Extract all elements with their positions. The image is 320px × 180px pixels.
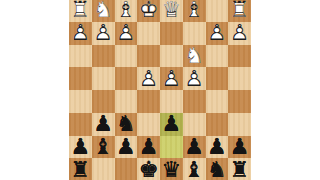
square-e8[interactable]: ♚: [137, 158, 160, 180]
square-d4[interactable]: ♟♙: [160, 67, 183, 90]
white-knight: ♞♘: [183, 45, 206, 68]
square-h3[interactable]: [69, 45, 92, 68]
square-a5[interactable]: [228, 90, 251, 113]
black-bishop: ♝: [92, 136, 115, 159]
square-g5[interactable]: [92, 90, 115, 113]
square-c6[interactable]: [183, 113, 206, 136]
square-f2[interactable]: ♟♙: [115, 22, 138, 45]
white-piece-outline-layer: ♕: [160, 0, 183, 22]
black-piece-layer: ♟: [183, 136, 206, 159]
square-g4[interactable]: [92, 67, 115, 90]
square-a2[interactable]: ♟♙: [228, 22, 251, 45]
white-piece-outline-layer: ♗: [183, 0, 206, 22]
square-a4[interactable]: [228, 67, 251, 90]
black-piece-layer: ♚: [137, 158, 160, 180]
square-e5[interactable]: [137, 90, 160, 113]
black-piece-layer: ♟: [137, 136, 160, 159]
square-h7[interactable]: ♟: [69, 136, 92, 159]
square-a3[interactable]: [228, 45, 251, 68]
white-piece-outline-layer: ♙: [92, 22, 115, 45]
square-c2[interactable]: [183, 22, 206, 45]
white-piece-outline-layer: ♖: [69, 0, 92, 22]
square-b1[interactable]: [206, 0, 229, 22]
black-king: ♚: [137, 158, 160, 180]
square-b6[interactable]: [206, 113, 229, 136]
square-f4[interactable]: [115, 67, 138, 90]
white-bishop: ♝♗: [115, 0, 138, 22]
square-h4[interactable]: [69, 67, 92, 90]
black-rook: ♜: [69, 158, 92, 180]
square-h5[interactable]: [69, 90, 92, 113]
white-piece-outline-layer: ♙: [206, 22, 229, 45]
black-knight: ♞: [206, 158, 229, 180]
square-a8[interactable]: ♜: [228, 158, 251, 180]
square-c7[interactable]: ♟: [183, 136, 206, 159]
square-h8[interactable]: ♜: [69, 158, 92, 180]
black-piece-layer: ♟: [69, 136, 92, 159]
white-piece-fill-layer: ♟: [137, 67, 160, 90]
square-f1[interactable]: ♝♗: [115, 0, 138, 22]
black-bishop: ♝: [183, 158, 206, 180]
white-piece-fill-layer: ♟: [160, 67, 183, 90]
black-piece-layer: ♟: [92, 113, 115, 136]
white-pawn: ♟♙: [206, 22, 229, 45]
square-c4[interactable]: ♟♙: [183, 67, 206, 90]
black-pawn: ♟: [115, 136, 138, 159]
square-a7[interactable]: ♟: [228, 136, 251, 159]
square-e7[interactable]: ♟: [137, 136, 160, 159]
square-d1[interactable]: ♛♕: [160, 0, 183, 22]
square-c8[interactable]: ♝: [183, 158, 206, 180]
white-piece-outline-layer: ♔: [137, 0, 160, 22]
black-piece-layer: ♟: [228, 136, 251, 159]
square-d7[interactable]: [160, 136, 183, 159]
black-pawn: ♟: [206, 136, 229, 159]
white-piece-fill-layer: ♟: [69, 22, 92, 45]
white-pawn: ♟♙: [228, 22, 251, 45]
square-b4[interactable]: [206, 67, 229, 90]
black-knight: ♞: [115, 113, 138, 136]
white-piece-fill-layer: ♟: [228, 22, 251, 45]
black-rook: ♜: [228, 158, 251, 180]
square-d3[interactable]: [160, 45, 183, 68]
white-piece-fill-layer: ♜: [69, 0, 92, 22]
square-h1[interactable]: ♜♖: [69, 0, 92, 22]
square-e4[interactable]: ♟♙: [137, 67, 160, 90]
white-piece-outline-layer: ♙: [137, 67, 160, 90]
square-e2[interactable]: [137, 22, 160, 45]
white-piece-outline-layer: ♖: [228, 0, 251, 22]
white-piece-fill-layer: ♞: [92, 0, 115, 22]
square-d8[interactable]: ♛: [160, 158, 183, 180]
white-piece-outline-layer: ♙: [69, 22, 92, 45]
white-piece-fill-layer: ♟: [92, 22, 115, 45]
white-piece-outline-layer: ♙: [228, 22, 251, 45]
chess-board: ♜♖♞♘♝♗♚♔♛♕♝♗♜♖♟♙♟♙♟♙♟♙♟♙♞♘♟♙♟♙♟♙♟♞♟♟♝♟♟♟…: [69, 0, 251, 180]
black-piece-layer: ♝: [92, 136, 115, 159]
black-piece-layer: ♛: [160, 158, 183, 180]
white-piece-fill-layer: ♝: [115, 0, 138, 22]
black-piece-layer: ♞: [115, 113, 138, 136]
square-d5[interactable]: [160, 90, 183, 113]
white-rook: ♜♖: [228, 0, 251, 22]
white-piece-fill-layer: ♞: [183, 45, 206, 68]
square-f8[interactable]: [115, 158, 138, 180]
white-pawn: ♟♙: [92, 22, 115, 45]
square-b3[interactable]: [206, 45, 229, 68]
square-h2[interactable]: ♟♙: [69, 22, 92, 45]
white-piece-fill-layer: ♟: [183, 67, 206, 90]
black-pawn: ♟: [92, 113, 115, 136]
square-e3[interactable]: [137, 45, 160, 68]
black-piece-layer: ♟: [160, 113, 183, 136]
square-g2[interactable]: ♟♙: [92, 22, 115, 45]
square-a1[interactable]: ♜♖: [228, 0, 251, 22]
white-queen: ♛♕: [160, 0, 183, 22]
white-piece-fill-layer: ♛: [160, 0, 183, 22]
square-f5[interactable]: [115, 90, 138, 113]
black-piece-layer: ♜: [69, 158, 92, 180]
white-knight: ♞♘: [92, 0, 115, 22]
square-g8[interactable]: [92, 158, 115, 180]
white-pawn: ♟♙: [69, 22, 92, 45]
square-d6[interactable]: ♟: [160, 113, 183, 136]
square-g7[interactable]: ♝: [92, 136, 115, 159]
white-piece-fill-layer: ♝: [183, 0, 206, 22]
white-pawn: ♟♙: [137, 67, 160, 90]
white-pawn: ♟♙: [160, 67, 183, 90]
square-f3[interactable]: [115, 45, 138, 68]
white-piece-outline-layer: ♙: [183, 67, 206, 90]
white-bishop: ♝♗: [183, 0, 206, 22]
square-b2[interactable]: ♟♙: [206, 22, 229, 45]
black-piece-layer: ♟: [206, 136, 229, 159]
white-king: ♚♔: [137, 0, 160, 22]
square-g6[interactable]: ♟: [92, 113, 115, 136]
black-pawn: ♟: [228, 136, 251, 159]
black-piece-layer: ♞: [206, 158, 229, 180]
black-queen: ♛: [160, 158, 183, 180]
black-piece-layer: ♟: [115, 136, 138, 159]
black-pawn: ♟: [69, 136, 92, 159]
white-piece-fill-layer: ♜: [228, 0, 251, 22]
white-pawn: ♟♙: [115, 22, 138, 45]
square-b5[interactable]: [206, 90, 229, 113]
black-piece-layer: ♜: [228, 158, 251, 180]
square-a6[interactable]: [228, 113, 251, 136]
square-g3[interactable]: [92, 45, 115, 68]
white-piece-fill-layer: ♟: [206, 22, 229, 45]
white-piece-fill-layer: ♟: [115, 22, 138, 45]
square-f7[interactable]: ♟: [115, 136, 138, 159]
square-g1[interactable]: ♞♘: [92, 0, 115, 22]
white-piece-outline-layer: ♗: [115, 0, 138, 22]
white-piece-outline-layer: ♘: [183, 45, 206, 68]
square-c3[interactable]: ♞♘: [183, 45, 206, 68]
square-c5[interactable]: [183, 90, 206, 113]
black-pawn: ♟: [183, 136, 206, 159]
square-b7[interactable]: ♟: [206, 136, 229, 159]
square-f6[interactable]: ♞: [115, 113, 138, 136]
square-e1[interactable]: ♚♔: [137, 0, 160, 22]
white-rook: ♜♖: [69, 0, 92, 22]
white-piece-fill-layer: ♚: [137, 0, 160, 22]
white-piece-outline-layer: ♙: [115, 22, 138, 45]
video-frame: ♜♖♞♘♝♗♚♔♛♕♝♗♜♖♟♙♟♙♟♙♟♙♟♙♞♘♟♙♟♙♟♙♟♞♟♟♝♟♟♟…: [0, 0, 320, 180]
square-h6[interactable]: [69, 113, 92, 136]
black-pawn: ♟: [137, 136, 160, 159]
black-pawn: ♟: [160, 113, 183, 136]
square-e6[interactable]: [137, 113, 160, 136]
white-piece-outline-layer: ♘: [92, 0, 115, 22]
square-c1[interactable]: ♝♗: [183, 0, 206, 22]
white-piece-outline-layer: ♙: [160, 67, 183, 90]
square-d2[interactable]: [160, 22, 183, 45]
square-b8[interactable]: ♞: [206, 158, 229, 180]
black-piece-layer: ♝: [183, 158, 206, 180]
white-pawn: ♟♙: [183, 67, 206, 90]
